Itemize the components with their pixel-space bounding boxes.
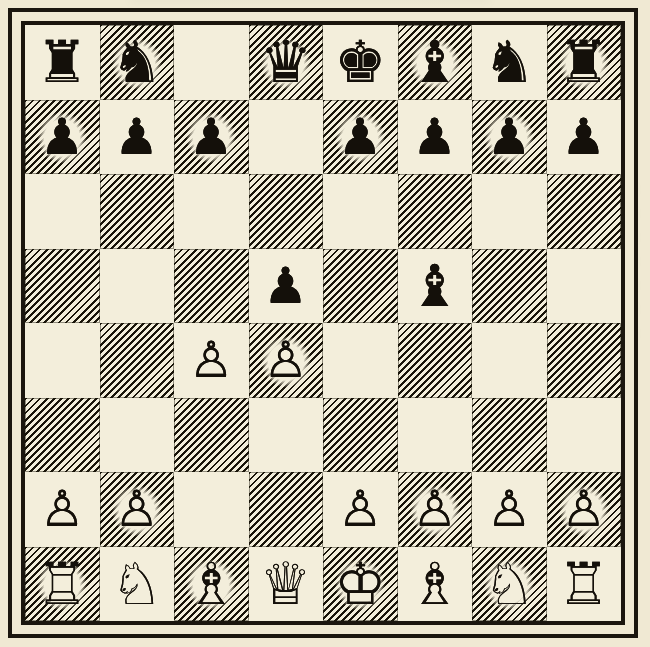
square-c5 — [174, 249, 249, 324]
white-rook-glyph: ♖ — [558, 555, 610, 613]
square-e7: ♟ — [323, 100, 398, 175]
square-f4 — [398, 323, 473, 398]
white-pawn-glyph: ♙ — [403, 475, 467, 544]
square-b4 — [100, 323, 175, 398]
square-f2: ♙ — [398, 472, 473, 547]
black-knight-glyph: ♞ — [105, 28, 169, 97]
black-knight-glyph: ♞ — [483, 33, 535, 91]
black-bishop-f5: ♝ — [398, 249, 473, 324]
black-pawn-b7: ♟ — [100, 100, 175, 175]
square-c6 — [174, 174, 249, 249]
square-c4: ♙ — [174, 323, 249, 398]
white-pawn-glyph: ♙ — [552, 475, 616, 544]
black-pawn-glyph: ♟ — [30, 102, 94, 171]
square-c2 — [174, 472, 249, 547]
square-b1: ♘ — [100, 547, 175, 622]
square-d1: ♕ — [249, 547, 324, 622]
square-d2 — [249, 472, 324, 547]
book-page: ♜♞♛♚♝♞♜♟♟♟♟♟♟♟♟♝♙♙♙♙♙♙♙♙♖♘♗♕♔♗♘♖ — [0, 0, 650, 647]
square-d7 — [249, 100, 324, 175]
black-queen-glyph: ♛ — [254, 28, 318, 97]
black-pawn-glyph: ♟ — [412, 112, 457, 162]
square-e2: ♙ — [323, 472, 398, 547]
white-pawn-a2: ♙ — [25, 472, 100, 547]
black-queen-d8: ♛ — [249, 25, 324, 100]
white-pawn-c4: ♙ — [174, 323, 249, 398]
white-knight-glyph: ♘ — [477, 549, 541, 618]
black-knight-b8: ♞ — [100, 25, 175, 100]
white-pawn-glyph: ♙ — [189, 335, 234, 385]
black-pawn-glyph: ♟ — [561, 112, 606, 162]
white-rook-glyph: ♖ — [30, 549, 94, 618]
black-bishop-f8: ♝ — [398, 25, 473, 100]
white-bishop-glyph: ♗ — [179, 549, 243, 618]
white-pawn-glyph: ♙ — [254, 326, 318, 395]
black-knight-g8: ♞ — [472, 25, 547, 100]
square-g8: ♞ — [472, 25, 547, 100]
white-queen-glyph: ♕ — [260, 555, 312, 613]
square-d6 — [249, 174, 324, 249]
square-c3 — [174, 398, 249, 473]
square-b3 — [100, 398, 175, 473]
square-g1: ♘ — [472, 547, 547, 622]
square-e8: ♚ — [323, 25, 398, 100]
square-d4: ♙ — [249, 323, 324, 398]
square-a3 — [25, 398, 100, 473]
white-pawn-e2: ♙ — [323, 472, 398, 547]
square-h3 — [547, 398, 622, 473]
square-b7: ♟ — [100, 100, 175, 175]
white-pawn-f2: ♙ — [398, 472, 473, 547]
black-rook-a8: ♜ — [25, 25, 100, 100]
square-d5: ♟ — [249, 249, 324, 324]
white-pawn-glyph: ♙ — [40, 484, 85, 534]
white-knight-b1: ♘ — [100, 547, 175, 622]
square-h4 — [547, 323, 622, 398]
white-pawn-b2: ♙ — [100, 472, 175, 547]
black-pawn-glyph: ♟ — [477, 102, 541, 171]
white-king-glyph: ♔ — [328, 549, 392, 618]
square-d8: ♛ — [249, 25, 324, 100]
square-a6 — [25, 174, 100, 249]
black-bishop-glyph: ♝ — [403, 28, 467, 97]
white-queen-d1: ♕ — [249, 547, 324, 622]
square-b6 — [100, 174, 175, 249]
square-a1: ♖ — [25, 547, 100, 622]
square-g2: ♙ — [472, 472, 547, 547]
black-bishop-glyph: ♝ — [409, 257, 461, 315]
black-pawn-h7: ♟ — [547, 100, 622, 175]
square-b2: ♙ — [100, 472, 175, 547]
white-pawn-d4: ♙ — [249, 323, 324, 398]
black-pawn-e7: ♟ — [323, 100, 398, 175]
white-knight-g1: ♘ — [472, 547, 547, 622]
square-b8: ♞ — [100, 25, 175, 100]
black-pawn-glyph: ♟ — [179, 102, 243, 171]
board-grid: ♜♞♛♚♝♞♜♟♟♟♟♟♟♟♟♝♙♙♙♙♙♙♙♙♖♘♗♕♔♗♘♖ — [25, 25, 621, 621]
black-pawn-g7: ♟ — [472, 100, 547, 175]
square-g6 — [472, 174, 547, 249]
square-c1: ♗ — [174, 547, 249, 622]
chess-board-frame: ♜♞♛♚♝♞♜♟♟♟♟♟♟♟♟♝♙♙♙♙♙♙♙♙♖♘♗♕♔♗♘♖ — [8, 8, 638, 638]
square-a5 — [25, 249, 100, 324]
square-h6 — [547, 174, 622, 249]
square-f7: ♟ — [398, 100, 473, 175]
black-pawn-c7: ♟ — [174, 100, 249, 175]
square-f5: ♝ — [398, 249, 473, 324]
square-b5 — [100, 249, 175, 324]
square-e5 — [323, 249, 398, 324]
black-king-e8: ♚ — [323, 25, 398, 100]
square-e3 — [323, 398, 398, 473]
square-f3 — [398, 398, 473, 473]
white-pawn-glyph: ♙ — [105, 475, 169, 544]
square-d3 — [249, 398, 324, 473]
square-g3 — [472, 398, 547, 473]
black-pawn-glyph: ♟ — [114, 112, 159, 162]
chess-board: ♜♞♛♚♝♞♜♟♟♟♟♟♟♟♟♝♙♙♙♙♙♙♙♙♖♘♗♕♔♗♘♖ — [21, 21, 625, 625]
square-c7: ♟ — [174, 100, 249, 175]
square-g5 — [472, 249, 547, 324]
black-pawn-glyph: ♟ — [328, 102, 392, 171]
square-h7: ♟ — [547, 100, 622, 175]
square-h2: ♙ — [547, 472, 622, 547]
white-bishop-c1: ♗ — [174, 547, 249, 622]
square-h5 — [547, 249, 622, 324]
black-rook-glyph: ♜ — [36, 33, 88, 91]
square-e4 — [323, 323, 398, 398]
white-pawn-g2: ♙ — [472, 472, 547, 547]
square-f6 — [398, 174, 473, 249]
square-e6 — [323, 174, 398, 249]
square-f1: ♗ — [398, 547, 473, 622]
white-rook-a1: ♖ — [25, 547, 100, 622]
square-g4 — [472, 323, 547, 398]
square-e1: ♔ — [323, 547, 398, 622]
square-c8 — [174, 25, 249, 100]
square-a2: ♙ — [25, 472, 100, 547]
square-h1: ♖ — [547, 547, 622, 622]
white-pawn-glyph: ♙ — [487, 484, 532, 534]
black-pawn-d5: ♟ — [249, 249, 324, 324]
white-pawn-glyph: ♙ — [338, 484, 383, 534]
black-rook-glyph: ♜ — [552, 28, 616, 97]
white-knight-glyph: ♘ — [111, 555, 163, 613]
black-pawn-f7: ♟ — [398, 100, 473, 175]
black-rook-h8: ♜ — [547, 25, 622, 100]
white-bishop-f1: ♗ — [398, 547, 473, 622]
black-pawn-a7: ♟ — [25, 100, 100, 175]
white-pawn-h2: ♙ — [547, 472, 622, 547]
white-bishop-glyph: ♗ — [409, 555, 461, 613]
white-king-e1: ♔ — [323, 547, 398, 622]
square-a8: ♜ — [25, 25, 100, 100]
square-h8: ♜ — [547, 25, 622, 100]
square-f8: ♝ — [398, 25, 473, 100]
square-a7: ♟ — [25, 100, 100, 175]
square-a4 — [25, 323, 100, 398]
black-pawn-glyph: ♟ — [263, 261, 308, 311]
square-g7: ♟ — [472, 100, 547, 175]
white-rook-h1: ♖ — [547, 547, 622, 622]
black-king-glyph: ♚ — [334, 33, 386, 91]
